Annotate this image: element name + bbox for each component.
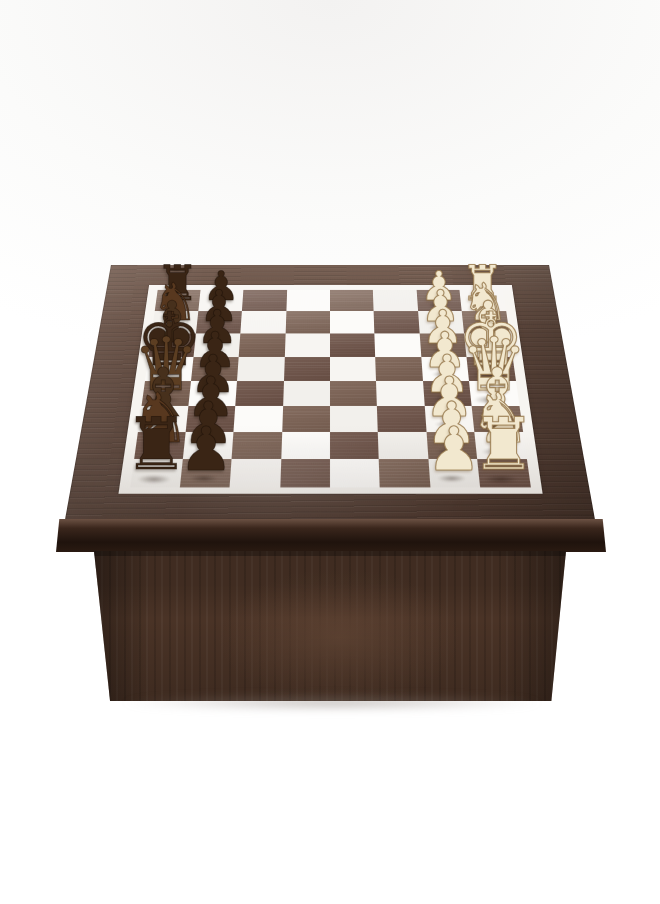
square-g1 <box>462 311 509 333</box>
square-d7 <box>188 381 237 406</box>
square-g2 <box>418 311 464 333</box>
square-b2 <box>426 432 477 459</box>
square-e7 <box>191 357 239 381</box>
square-a3 <box>379 459 430 487</box>
square-d2 <box>423 381 472 406</box>
square-g3 <box>374 311 420 333</box>
square-h1 <box>460 289 506 311</box>
square-f4 <box>330 334 376 357</box>
square-e2 <box>421 357 469 381</box>
square-g4 <box>330 311 375 333</box>
square-d3 <box>376 381 424 406</box>
square-b3 <box>378 432 428 459</box>
square-c8 <box>137 406 188 432</box>
square-b7 <box>183 432 234 459</box>
square-g8 <box>151 311 198 333</box>
square-c2 <box>424 406 474 432</box>
square-b8 <box>134 432 186 459</box>
product-photo-stage: ♜♟♟♜♞♟♟♞♝♟♟♝♚♟♟♚♛♟♟♛♝♟♟♝♞♟♟♞♜♟♟♜ <box>0 0 660 904</box>
square-h6 <box>242 289 287 311</box>
square-g6 <box>241 311 287 333</box>
board-white-frame <box>118 285 542 493</box>
chess-table-top <box>65 265 596 522</box>
square-c7 <box>186 406 236 432</box>
square-g7 <box>196 311 242 333</box>
square-d4 <box>330 381 377 406</box>
square-a7 <box>180 459 232 487</box>
tabletop-edge-bevel <box>56 519 606 552</box>
square-a1 <box>477 459 530 487</box>
square-e6 <box>237 357 284 381</box>
square-e1 <box>467 357 516 381</box>
square-h5 <box>286 289 330 311</box>
square-d6 <box>236 381 284 406</box>
floor-shadow <box>108 694 556 711</box>
square-f5 <box>284 334 330 357</box>
square-f6 <box>239 334 285 357</box>
square-c5 <box>282 406 330 432</box>
square-h8 <box>154 289 200 311</box>
storage-box-front <box>94 551 566 701</box>
square-d5 <box>283 381 330 406</box>
square-c6 <box>234 406 283 432</box>
square-c4 <box>330 406 378 432</box>
square-c1 <box>472 406 523 432</box>
square-f3 <box>375 334 421 357</box>
square-g5 <box>285 311 330 333</box>
square-a8 <box>130 459 183 487</box>
square-b1 <box>474 432 526 459</box>
square-h3 <box>373 289 418 311</box>
square-b5 <box>281 432 330 459</box>
square-e4 <box>330 357 376 381</box>
square-f2 <box>419 334 466 357</box>
square-h7 <box>198 289 243 311</box>
square-e5 <box>284 357 330 381</box>
square-h4 <box>330 289 374 311</box>
square-c3 <box>377 406 426 432</box>
square-d1 <box>469 381 519 406</box>
square-a6 <box>230 459 281 487</box>
square-a2 <box>428 459 480 487</box>
square-h2 <box>416 289 461 311</box>
square-e8 <box>145 357 194 381</box>
chess-board <box>130 289 531 487</box>
square-e3 <box>376 357 423 381</box>
square-b4 <box>330 432 379 459</box>
square-b6 <box>232 432 282 459</box>
square-f8 <box>148 334 196 357</box>
square-a4 <box>330 459 380 487</box>
square-a5 <box>280 459 330 487</box>
square-d8 <box>141 381 191 406</box>
square-f1 <box>464 334 512 357</box>
square-f7 <box>193 334 240 357</box>
